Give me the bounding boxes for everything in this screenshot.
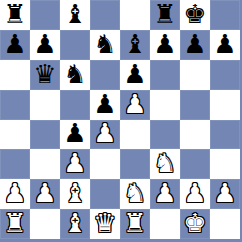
black-pawn: ♟ — [63, 120, 86, 146]
white-rook: ♜ — [3, 210, 26, 236]
square-a4[interactable] — [0, 120, 30, 150]
black-bishop: ♝ — [123, 31, 146, 57]
white-pawn: ♟ — [93, 120, 116, 146]
square-c3[interactable]: ♟ — [60, 149, 90, 179]
square-b1[interactable] — [30, 209, 60, 239]
square-e2[interactable]: ♞ — [120, 179, 150, 209]
square-h8[interactable] — [210, 0, 240, 30]
square-f4[interactable] — [150, 120, 180, 150]
black-knight: ♞ — [63, 61, 86, 87]
square-e5[interactable]: ♟ — [120, 90, 150, 120]
black-rook: ♜ — [153, 1, 176, 27]
square-b7[interactable]: ♟ — [30, 30, 60, 60]
square-c5[interactable] — [60, 90, 90, 120]
white-pawn: ♟ — [3, 180, 26, 206]
square-c4[interactable]: ♟ — [60, 120, 90, 150]
square-a6[interactable] — [0, 60, 30, 90]
square-b8[interactable] — [30, 0, 60, 30]
white-pawn: ♟ — [183, 180, 206, 206]
square-d2[interactable] — [90, 179, 120, 209]
square-h5[interactable] — [210, 90, 240, 120]
white-pawn: ♟ — [123, 91, 146, 117]
square-f3[interactable]: ♞ — [150, 149, 180, 179]
square-d6[interactable] — [90, 60, 120, 90]
square-f6[interactable] — [150, 60, 180, 90]
black-pawn: ♟ — [213, 31, 236, 57]
square-c8[interactable]: ♝ — [60, 0, 90, 30]
square-d1[interactable]: ♛ — [90, 209, 120, 239]
square-g6[interactable] — [180, 60, 210, 90]
square-h6[interactable] — [210, 60, 240, 90]
square-a3[interactable] — [0, 149, 30, 179]
square-d5[interactable]: ♟ — [90, 90, 120, 120]
square-f2[interactable]: ♟ — [150, 179, 180, 209]
white-queen: ♛ — [93, 210, 116, 236]
square-d7[interactable]: ♞ — [90, 30, 120, 60]
square-a5[interactable] — [0, 90, 30, 120]
square-d8[interactable] — [90, 0, 120, 30]
square-h3[interactable] — [210, 149, 240, 179]
black-pawn: ♟ — [183, 31, 206, 57]
square-c6[interactable]: ♞ — [60, 60, 90, 90]
square-f8[interactable]: ♜ — [150, 0, 180, 30]
square-h4[interactable] — [210, 120, 240, 150]
square-h2[interactable]: ♟ — [210, 179, 240, 209]
square-a2[interactable]: ♟ — [0, 179, 30, 209]
black-pawn: ♟ — [3, 31, 26, 57]
black-queen: ♛ — [33, 61, 56, 87]
square-c1[interactable]: ♝ — [60, 209, 90, 239]
square-g7[interactable]: ♟ — [180, 30, 210, 60]
square-e8[interactable] — [120, 0, 150, 30]
square-e4[interactable] — [120, 120, 150, 150]
black-pawn: ♟ — [153, 31, 176, 57]
square-f7[interactable]: ♟ — [150, 30, 180, 60]
square-b5[interactable] — [30, 90, 60, 120]
black-pawn: ♟ — [93, 91, 116, 117]
black-pawn: ♟ — [123, 61, 146, 87]
white-rook: ♜ — [123, 210, 146, 236]
black-knight: ♞ — [93, 31, 116, 57]
white-pawn: ♟ — [153, 180, 176, 206]
square-g1[interactable]: ♚ — [180, 209, 210, 239]
square-c7[interactable] — [60, 30, 90, 60]
white-bishop: ♝ — [63, 210, 86, 236]
white-pawn: ♟ — [213, 180, 236, 206]
white-pawn: ♟ — [63, 150, 86, 176]
square-g5[interactable] — [180, 90, 210, 120]
chess-board: ♜♝♜♚♟♟♞♝♟♟♟♛♞♟♟♟♟♟♟♞♟♟♝♞♟♟♟♜♝♛♜♚ — [0, 0, 242, 242]
white-knight: ♞ — [153, 150, 176, 176]
square-d4[interactable]: ♟ — [90, 120, 120, 150]
white-pawn: ♟ — [33, 180, 56, 206]
square-g2[interactable]: ♟ — [180, 179, 210, 209]
square-a7[interactable]: ♟ — [0, 30, 30, 60]
square-h1[interactable] — [210, 209, 240, 239]
square-a8[interactable]: ♜ — [0, 0, 30, 30]
white-bishop: ♝ — [63, 180, 86, 206]
black-king: ♚ — [183, 1, 206, 27]
square-b6[interactable]: ♛ — [30, 60, 60, 90]
square-e7[interactable]: ♝ — [120, 30, 150, 60]
square-c2[interactable]: ♝ — [60, 179, 90, 209]
square-e1[interactable]: ♜ — [120, 209, 150, 239]
black-rook: ♜ — [3, 1, 26, 27]
white-knight: ♞ — [123, 180, 146, 206]
square-e6[interactable]: ♟ — [120, 60, 150, 90]
square-f1[interactable] — [150, 209, 180, 239]
square-h7[interactable]: ♟ — [210, 30, 240, 60]
black-bishop: ♝ — [63, 1, 86, 27]
black-pawn: ♟ — [33, 31, 56, 57]
white-king: ♚ — [183, 210, 206, 236]
square-b3[interactable] — [30, 149, 60, 179]
square-d3[interactable] — [90, 149, 120, 179]
square-b4[interactable] — [30, 120, 60, 150]
square-g8[interactable]: ♚ — [180, 0, 210, 30]
square-g3[interactable] — [180, 149, 210, 179]
square-g4[interactable] — [180, 120, 210, 150]
square-b2[interactable]: ♟ — [30, 179, 60, 209]
square-f5[interactable] — [150, 90, 180, 120]
square-e3[interactable] — [120, 149, 150, 179]
square-a1[interactable]: ♜ — [0, 209, 30, 239]
